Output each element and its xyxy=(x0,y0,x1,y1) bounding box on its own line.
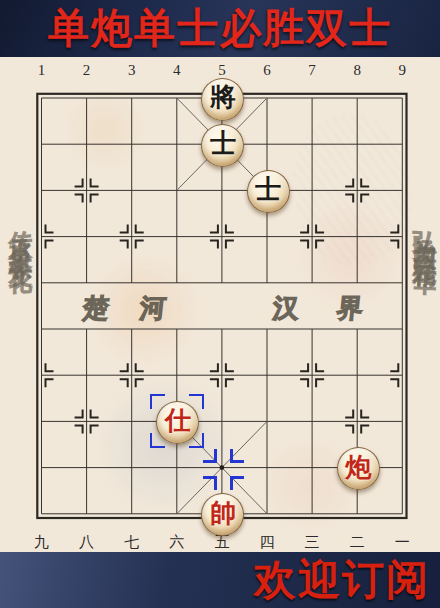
file-label-top: 5 xyxy=(211,62,233,79)
subscribe-text: 欢迎订阅 xyxy=(254,552,430,608)
file-label-top: 4 xyxy=(166,62,188,79)
xiangqi-app-screen: 传承象棋文化 弘扬国粹精华 楚 河 汉 界 123456789 九八七六五四三二… xyxy=(0,0,440,608)
piece-glyph: 帥 xyxy=(210,501,236,527)
piece-glyph: 士 xyxy=(255,177,281,203)
file-label-top: 2 xyxy=(76,62,98,79)
file-label-bottom: 九 xyxy=(31,533,53,552)
footer-banner: 欢迎订阅 xyxy=(0,552,440,608)
file-label-bottom: 一 xyxy=(391,533,413,552)
file-label-bottom: 八 xyxy=(76,533,98,552)
file-label-top: 6 xyxy=(256,62,278,79)
file-label-bottom: 二 xyxy=(346,533,368,552)
file-label-bottom: 四 xyxy=(256,533,278,552)
file-label-top: 3 xyxy=(121,62,143,79)
piece-glyph: 炮 xyxy=(345,455,371,481)
file-label-bottom: 七 xyxy=(121,533,143,552)
piece-glyph: 將 xyxy=(210,85,236,111)
piece-red-cannon[interactable]: 炮 xyxy=(337,447,380,490)
file-label-bottom: 六 xyxy=(166,533,188,552)
file-label-top: 1 xyxy=(31,62,53,79)
file-label-bottom: 三 xyxy=(301,533,323,552)
file-label-top: 8 xyxy=(346,62,368,79)
piece-black-advisor-1[interactable]: 士 xyxy=(201,124,244,167)
piece-glyph: 士 xyxy=(210,131,236,157)
title-banner: 单炮单士必胜双士 xyxy=(0,0,440,57)
lesson-title: 单炮单士必胜双士 xyxy=(48,1,392,56)
file-label-top: 9 xyxy=(391,62,413,79)
piece-black-advisor-2[interactable]: 士 xyxy=(247,170,290,213)
piece-black-general[interactable]: 將 xyxy=(201,78,244,121)
piece-glyph: 仕 xyxy=(165,408,191,434)
file-label-top: 7 xyxy=(301,62,323,79)
piece-red-advisor[interactable]: 仕 xyxy=(156,401,199,444)
